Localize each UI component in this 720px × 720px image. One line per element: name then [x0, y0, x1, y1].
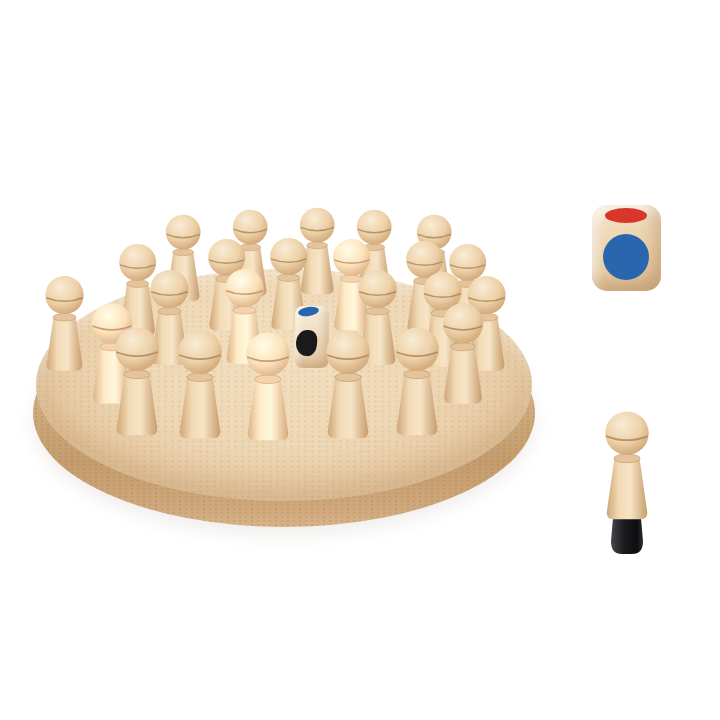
- die-black-dot: [295, 329, 319, 357]
- peg-pawn[interactable]: [171, 327, 229, 443]
- peg-pawn[interactable]: [108, 324, 166, 440]
- peg-pawn[interactable]: [319, 327, 377, 443]
- peg-pawn[interactable]: [239, 329, 297, 445]
- loose-peg-black-base[interactable]: [598, 410, 656, 557]
- peg-pawn[interactable]: [39, 273, 90, 375]
- die-red-dot: [605, 208, 647, 223]
- product-photo-stage: [0, 0, 720, 720]
- peg-pawn[interactable]: [388, 324, 446, 440]
- loose-color-die[interactable]: [592, 205, 661, 291]
- die-blue-dot: [297, 306, 319, 318]
- die-blue-dot: [603, 234, 649, 280]
